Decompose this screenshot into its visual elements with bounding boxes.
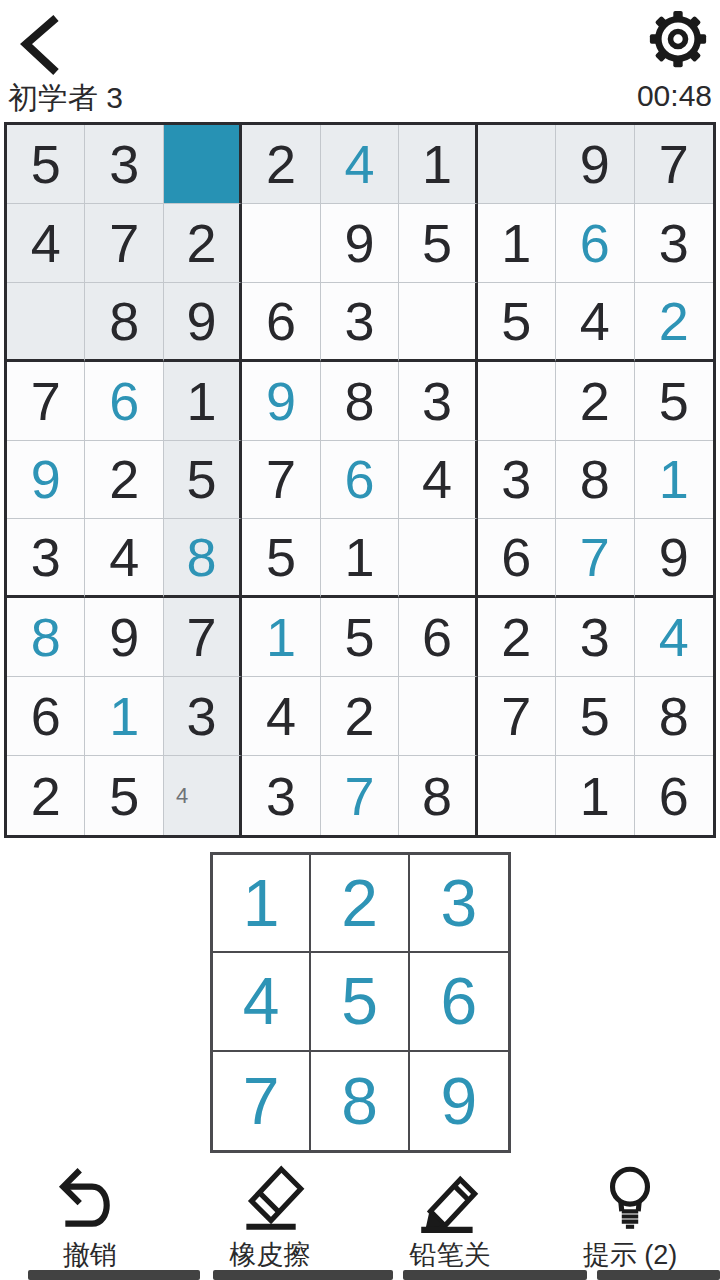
given-digit: 3	[109, 137, 139, 191]
cell-r6c8[interactable]: 7	[556, 519, 634, 598]
cell-r8c2[interactable]: 1	[85, 677, 163, 756]
cell-r2c6[interactable]: 5	[399, 204, 477, 283]
given-digit: 7	[501, 689, 531, 743]
cell-r7c2[interactable]: 9	[85, 598, 163, 677]
cell-r5c7[interactable]: 3	[478, 441, 556, 520]
cell-r3c3[interactable]: 9	[164, 283, 242, 362]
cell-r3c2[interactable]: 8	[85, 283, 163, 362]
given-digit: 6	[659, 769, 689, 823]
cell-r1c4[interactable]: 2	[242, 125, 320, 204]
given-digit: 5	[501, 294, 531, 348]
cell-r3c7[interactable]: 5	[478, 283, 556, 362]
given-digit: 5	[659, 374, 689, 428]
cell-r9c1[interactable]: 2	[7, 756, 85, 835]
pencil-note: 4	[176, 783, 188, 809]
cell-r5c2[interactable]: 2	[85, 441, 163, 520]
given-digit: 8	[580, 452, 610, 506]
cell-r7c3[interactable]: 7	[164, 598, 242, 677]
given-digit: 5	[266, 530, 296, 584]
cell-r6c7[interactable]: 6	[478, 519, 556, 598]
game-timer: 00:48	[637, 79, 712, 113]
given-digit: 2	[501, 610, 531, 664]
sudoku-board: 5324197472951638963542761983259257643813…	[4, 122, 716, 838]
bottom-edge-decoration	[597, 1270, 720, 1280]
given-digit: 5	[580, 689, 610, 743]
given-digit: 3	[266, 769, 296, 823]
cell-r5c5[interactable]: 6	[321, 441, 399, 520]
hint-button[interactable]: 提示 (2)	[540, 1164, 720, 1273]
cell-r8c5[interactable]: 2	[321, 677, 399, 756]
cell-r9c5[interactable]: 7	[321, 756, 399, 835]
given-digit: 2	[187, 216, 217, 270]
cell-r4c1[interactable]: 7	[7, 362, 85, 441]
cell-r9c4[interactable]: 3	[242, 756, 320, 835]
settings-button[interactable]	[648, 8, 708, 70]
given-digit: 3	[31, 530, 61, 584]
cell-r8c1[interactable]: 6	[7, 677, 85, 756]
given-digit: 3	[659, 216, 689, 270]
given-digit: 6	[31, 689, 61, 743]
given-digit: 3	[344, 294, 374, 348]
cell-r4c8[interactable]: 2	[556, 362, 634, 441]
number-pad: 123456789	[210, 852, 511, 1153]
cell-r8c7[interactable]: 7	[478, 677, 556, 756]
numpad-8[interactable]: 8	[311, 1052, 409, 1150]
cell-r1c9[interactable]: 7	[635, 125, 713, 204]
cell-r2c7[interactable]: 1	[478, 204, 556, 283]
cell-r5c3[interactable]: 5	[164, 441, 242, 520]
given-digit: 2	[344, 689, 374, 743]
user-digit: 9	[31, 452, 61, 506]
cell-r2c3[interactable]: 2	[164, 204, 242, 283]
cell-r7c9[interactable]: 4	[635, 598, 713, 677]
given-digit: 5	[31, 137, 61, 191]
user-digit: 7	[344, 769, 374, 823]
given-digit: 7	[266, 452, 296, 506]
lightbulb-icon	[593, 1164, 667, 1234]
given-digit: 1	[344, 530, 374, 584]
cell-r2c8[interactable]: 6	[556, 204, 634, 283]
given-digit: 2	[109, 452, 139, 506]
cell-r3c6[interactable]	[399, 283, 477, 362]
level-title: 初学者 3	[8, 78, 123, 119]
numpad-3[interactable]: 3	[410, 855, 508, 953]
bottom-edge-decoration	[28, 1270, 200, 1280]
cell-r4c3[interactable]: 1	[164, 362, 242, 441]
given-digit: 6	[501, 530, 531, 584]
cell-r5c6[interactable]: 4	[399, 441, 477, 520]
cell-r8c6[interactable]	[399, 677, 477, 756]
given-digit: 5	[187, 452, 217, 506]
cell-r4c6[interactable]: 3	[399, 362, 477, 441]
cell-r7c1[interactable]: 8	[7, 598, 85, 677]
cell-r1c8[interactable]: 9	[556, 125, 634, 204]
given-digit: 1	[580, 769, 610, 823]
given-digit: 6	[422, 610, 452, 664]
back-button[interactable]	[10, 10, 74, 78]
cell-r7c5[interactable]: 5	[321, 598, 399, 677]
pencil-label: 铅笔关	[410, 1237, 491, 1273]
undo-label: 撤销	[63, 1237, 117, 1273]
cell-r9c8[interactable]: 1	[556, 756, 634, 835]
cell-r5c9[interactable]: 1	[635, 441, 713, 520]
cell-r6c5[interactable]: 1	[321, 519, 399, 598]
given-digit: 4	[266, 689, 296, 743]
cell-r3c1[interactable]	[7, 283, 85, 362]
given-digit: 7	[659, 137, 689, 191]
user-digit: 6	[109, 374, 139, 428]
undo-button[interactable]: 撤销	[0, 1164, 180, 1273]
numpad-1[interactable]: 1	[213, 855, 311, 953]
cell-r7c7[interactable]: 2	[478, 598, 556, 677]
given-digit: 7	[109, 216, 139, 270]
cell-r9c7[interactable]	[478, 756, 556, 835]
cell-r3c8[interactable]: 4	[556, 283, 634, 362]
cell-r4c9[interactable]: 5	[635, 362, 713, 441]
cell-r1c5[interactable]: 4	[321, 125, 399, 204]
pencil-toggle-button[interactable]: 铅笔关	[360, 1164, 540, 1273]
cell-r6c1[interactable]: 3	[7, 519, 85, 598]
given-digit: 8	[422, 769, 452, 823]
cell-r6c9[interactable]: 9	[635, 519, 713, 598]
given-digit: 7	[31, 374, 61, 428]
gear-icon	[648, 8, 708, 70]
numpad-4[interactable]: 4	[213, 953, 311, 1051]
given-digit: 6	[266, 294, 296, 348]
given-digit: 9	[344, 216, 374, 270]
user-digit: 9	[266, 374, 296, 428]
given-digit: 4	[109, 530, 139, 584]
given-digit: 3	[580, 610, 610, 664]
cell-r5c8[interactable]: 8	[556, 441, 634, 520]
given-digit: 1	[501, 216, 531, 270]
cell-r5c4[interactable]: 7	[242, 441, 320, 520]
cell-r1c1[interactable]: 5	[7, 125, 85, 204]
cell-r6c3[interactable]: 8	[164, 519, 242, 598]
given-digit: 2	[266, 137, 296, 191]
given-digit: 1	[187, 374, 217, 428]
cell-r5c1[interactable]: 9	[7, 441, 85, 520]
cell-r9c3[interactable]: 4	[164, 756, 242, 835]
cell-r8c4[interactable]: 4	[242, 677, 320, 756]
bottom-edge-decoration	[213, 1270, 393, 1280]
user-digit: 8	[31, 610, 61, 664]
undo-icon	[53, 1164, 127, 1234]
given-digit: 2	[580, 374, 610, 428]
given-digit: 5	[344, 610, 374, 664]
cell-r2c4[interactable]	[242, 204, 320, 283]
eraser-button[interactable]: 橡皮擦	[180, 1164, 360, 1273]
cell-r4c5[interactable]: 8	[321, 362, 399, 441]
cell-r4c4[interactable]: 9	[242, 362, 320, 441]
cell-r6c4[interactable]: 5	[242, 519, 320, 598]
given-digit: 8	[109, 294, 139, 348]
cell-r7c6[interactable]: 6	[399, 598, 477, 677]
cell-r6c6[interactable]	[399, 519, 477, 598]
given-digit: 9	[109, 610, 139, 664]
user-digit: 1	[109, 689, 139, 743]
user-digit: 6	[580, 216, 610, 270]
eraser-icon	[233, 1164, 307, 1234]
cell-r7c8[interactable]: 3	[556, 598, 634, 677]
cell-r2c5[interactable]: 9	[321, 204, 399, 283]
user-digit: 2	[659, 294, 689, 348]
cell-r3c9[interactable]: 2	[635, 283, 713, 362]
user-digit: 7	[580, 530, 610, 584]
given-digit: 2	[31, 769, 61, 823]
given-digit: 5	[422, 216, 452, 270]
numpad-6[interactable]: 6	[410, 953, 508, 1051]
user-digit: 1	[266, 610, 296, 664]
cell-r4c7[interactable]	[478, 362, 556, 441]
numpad-2[interactable]: 2	[311, 855, 409, 953]
cell-r8c3[interactable]: 3	[164, 677, 242, 756]
cell-r9c6[interactable]: 8	[399, 756, 477, 835]
user-digit: 6	[344, 452, 374, 506]
given-digit: 4	[422, 452, 452, 506]
user-digit: 8	[187, 530, 217, 584]
cell-r3c5[interactable]: 3	[321, 283, 399, 362]
numpad-9[interactable]: 9	[410, 1052, 508, 1150]
given-digit: 3	[501, 452, 531, 506]
given-digit: 8	[659, 689, 689, 743]
cell-r8c8[interactable]: 5	[556, 677, 634, 756]
cell-r2c9[interactable]: 3	[635, 204, 713, 283]
given-digit: 9	[659, 530, 689, 584]
cell-r2c2[interactable]: 7	[85, 204, 163, 283]
pencil-icon	[413, 1164, 487, 1234]
bottom-edge-decoration	[403, 1270, 587, 1280]
given-digit: 7	[187, 610, 217, 664]
given-digit: 9	[187, 294, 217, 348]
numpad-5[interactable]: 5	[311, 953, 409, 1051]
user-digit: 1	[659, 452, 689, 506]
hint-label: 提示 (2)	[583, 1237, 678, 1273]
given-digit: 1	[422, 137, 452, 191]
cell-r4c2[interactable]: 6	[85, 362, 163, 441]
given-digit: 8	[344, 374, 374, 428]
cell-r3c4[interactable]: 6	[242, 283, 320, 362]
user-digit: 4	[659, 610, 689, 664]
back-arrow-icon	[10, 10, 74, 78]
cell-r8c9[interactable]: 8	[635, 677, 713, 756]
given-digit: 4	[580, 294, 610, 348]
cell-r1c7[interactable]	[478, 125, 556, 204]
cell-r9c2[interactable]: 5	[85, 756, 163, 835]
cell-r1c6[interactable]: 1	[399, 125, 477, 204]
eraser-label: 橡皮擦	[230, 1237, 311, 1273]
cell-r7c4[interactable]: 1	[242, 598, 320, 677]
cell-r9c9[interactable]: 6	[635, 756, 713, 835]
cell-r1c3[interactable]	[164, 125, 242, 204]
given-digit: 9	[580, 137, 610, 191]
given-digit: 4	[31, 216, 61, 270]
numpad-7[interactable]: 7	[213, 1052, 311, 1150]
given-digit: 5	[109, 769, 139, 823]
cell-r2c1[interactable]: 4	[7, 204, 85, 283]
cell-r1c2[interactable]: 3	[85, 125, 163, 204]
given-digit: 3	[422, 374, 452, 428]
cell-r6c2[interactable]: 4	[85, 519, 163, 598]
given-digit: 3	[187, 689, 217, 743]
user-digit: 4	[344, 137, 374, 191]
